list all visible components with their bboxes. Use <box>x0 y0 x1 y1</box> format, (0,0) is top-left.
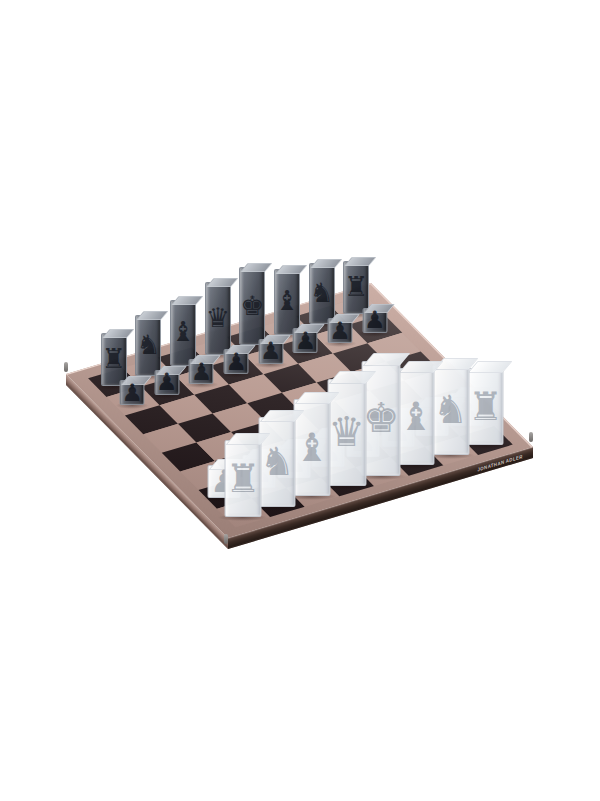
piece-top-facet <box>102 329 134 338</box>
chess-piece-white-knight: ♞ <box>259 417 296 507</box>
chess-piece-white-rook: ♜ <box>467 368 504 445</box>
rook-silhouette-glyph: ♜ <box>102 346 126 373</box>
chess-piece-black-knight: ♞ <box>309 263 335 324</box>
bishop-silhouette-glyph: ♝ <box>275 288 299 315</box>
chess-piece-black-pawn: ♟ <box>293 328 318 353</box>
product-photo-canvas: JONATHAN ADLER ♜♞♝♛♚♝♞♜♟♟♟♟♟♟♟♟♟♟♟♟♟♟♟♟♜… <box>0 0 600 801</box>
corner-peg-near <box>224 534 228 544</box>
rook-silhouette-glyph: ♜ <box>225 459 260 498</box>
chess-piece-black-knight: ♞ <box>135 315 161 376</box>
pawn-silhouette-glyph: ♟ <box>156 370 178 394</box>
chess-piece-black-pawn: ♟ <box>362 308 387 333</box>
pawn-silhouette-glyph: ♟ <box>191 360 213 384</box>
rook-silhouette-glyph: ♜ <box>468 387 503 426</box>
piece-top-facet <box>136 311 168 320</box>
corner-peg-right <box>529 432 533 442</box>
pawn-silhouette-glyph: ♟ <box>121 381 143 405</box>
bishop-silhouette-glyph: ♝ <box>171 319 195 346</box>
queen-silhouette-glyph: ♛ <box>328 412 365 453</box>
knight-silhouette-glyph: ♞ <box>310 280 334 307</box>
piece-top-facet <box>310 259 342 268</box>
pawn-silhouette-glyph: ♟ <box>364 308 386 332</box>
chess-piece-black-queen: ♛ <box>205 282 231 355</box>
knight-silhouette-glyph: ♞ <box>433 390 468 429</box>
chess-piece-black-pawn: ♟ <box>258 339 283 364</box>
chess-piece-black-pawn: ♟ <box>328 318 353 343</box>
piece-top-facet <box>171 296 203 305</box>
pawn-silhouette-glyph: ♟ <box>260 339 282 363</box>
king-silhouette-glyph: ♚ <box>240 293 264 320</box>
chess-piece-white-knight: ♞ <box>432 365 469 455</box>
king-silhouette-glyph: ♚ <box>363 398 400 439</box>
knight-silhouette-glyph: ♞ <box>136 332 160 359</box>
chess-piece-white-rook: ♜ <box>224 440 261 517</box>
queen-silhouette-glyph: ♛ <box>206 305 230 332</box>
chess-piece-black-pawn: ♟ <box>224 349 249 374</box>
rook-silhouette-glyph: ♜ <box>344 274 368 301</box>
chess-piece-black-pawn: ♟ <box>120 380 145 405</box>
piece-top-facet <box>206 278 238 287</box>
bishop-silhouette-glyph: ♝ <box>294 428 329 467</box>
piece-top-facet <box>275 265 307 274</box>
knight-silhouette-glyph: ♞ <box>260 442 295 481</box>
chess-piece-white-bishop: ♝ <box>397 368 434 465</box>
chess-piece-black-pawn: ♟ <box>189 359 214 384</box>
piece-top-facet <box>240 263 272 272</box>
chess-piece-black-king: ♚ <box>239 267 265 345</box>
corner-peg-left <box>64 362 68 372</box>
pawn-silhouette-glyph: ♟ <box>329 319 351 343</box>
chess-piece-black-bishop: ♝ <box>274 269 300 335</box>
pawn-silhouette-glyph: ♟ <box>295 329 317 353</box>
chess-piece-black-pawn: ♟ <box>154 370 179 395</box>
chess-piece-black-bishop: ♝ <box>170 300 196 366</box>
pawn-silhouette-glyph: ♟ <box>225 350 247 374</box>
piece-top-facet <box>344 257 376 266</box>
bishop-silhouette-glyph: ♝ <box>398 397 433 436</box>
